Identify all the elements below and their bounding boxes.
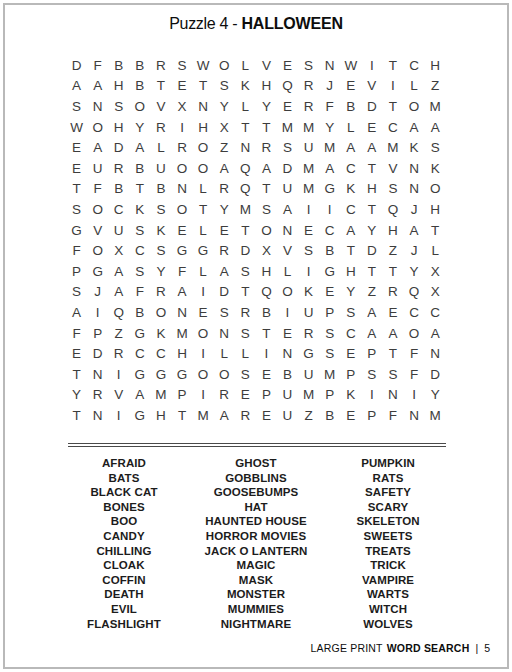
grid-cell-r8c7[interactable]: T xyxy=(193,199,214,220)
grid-cell-r15c15[interactable]: P xyxy=(361,343,382,364)
grid-cell-r3c15[interactable]: D xyxy=(361,96,382,117)
grid-cell-r9c4[interactable]: S xyxy=(129,220,150,241)
grid-cell-r5c13[interactable]: M xyxy=(319,137,340,158)
grid-cell-r15c14[interactable]: E xyxy=(340,343,361,364)
grid-cell-r1c1[interactable]: D xyxy=(66,55,87,76)
grid-cell-r15c8[interactable]: L xyxy=(214,343,235,364)
grid-cell-r4c8[interactable]: X xyxy=(214,117,235,138)
grid-cell-r5c16[interactable]: M xyxy=(382,137,403,158)
grid-cell-r6c7[interactable]: O xyxy=(193,158,214,179)
grid-cell-r2c8[interactable]: S xyxy=(214,76,235,97)
grid-cell-r12c13[interactable]: E xyxy=(319,282,340,303)
grid-cell-r6c12[interactable]: M xyxy=(298,158,319,179)
grid-cell-r9c7[interactable]: L xyxy=(193,220,214,241)
grid-cell-r9c18[interactable]: T xyxy=(425,220,446,241)
grid-cell-r2c16[interactable]: I xyxy=(382,76,403,97)
grid-cell-r16c8[interactable]: O xyxy=(214,364,235,385)
grid-cell-r5c12[interactable]: U xyxy=(298,137,319,158)
grid-cell-r16c2[interactable]: N xyxy=(87,364,108,385)
grid-cell-r12c12[interactable]: K xyxy=(298,282,319,303)
grid-cell-r3c7[interactable]: N xyxy=(193,96,214,117)
grid-cell-r6c8[interactable]: A xyxy=(214,158,235,179)
grid-cell-r7c9[interactable]: Q xyxy=(235,179,256,200)
grid-cell-r13c13[interactable]: P xyxy=(319,302,340,323)
grid-cell-r16c10[interactable]: E xyxy=(256,364,277,385)
grid-cell-r11c7[interactable]: L xyxy=(193,261,214,282)
grid-cell-r17c16[interactable]: N xyxy=(382,385,403,406)
grid-cell-r18c3[interactable]: I xyxy=(108,405,129,426)
grid-cell-r9c6[interactable]: E xyxy=(171,220,192,241)
grid-cell-r7c13[interactable]: G xyxy=(319,179,340,200)
grid-cell-r11c11[interactable]: L xyxy=(277,261,298,282)
grid-cell-r2c14[interactable]: E xyxy=(340,76,361,97)
grid-cell-r5c1[interactable]: E xyxy=(66,137,87,158)
grid-cell-r17c15[interactable]: I xyxy=(361,385,382,406)
grid-cell-r8c12[interactable]: I xyxy=(298,199,319,220)
grid-cell-r1c15[interactable]: I xyxy=(361,55,382,76)
grid-cell-r11c16[interactable]: T xyxy=(382,261,403,282)
grid-cell-r10c17[interactable]: J xyxy=(404,240,425,261)
grid-cell-r8c5[interactable]: S xyxy=(150,199,171,220)
grid-cell-r1c2[interactable]: F xyxy=(87,55,108,76)
grid-cell-r18c17[interactable]: N xyxy=(404,405,425,426)
grid-cell-r13c5[interactable]: O xyxy=(150,302,171,323)
grid-cell-r16c15[interactable]: S xyxy=(361,364,382,385)
grid-cell-r17c18[interactable]: Y xyxy=(425,385,446,406)
grid-cell-r4c17[interactable]: A xyxy=(404,117,425,138)
grid-cell-r13c2[interactable]: I xyxy=(87,302,108,323)
grid-cell-r9c11[interactable]: N xyxy=(277,220,298,241)
grid-cell-r6c11[interactable]: D xyxy=(277,158,298,179)
grid-cell-r13c18[interactable]: C xyxy=(425,302,446,323)
grid-cell-r6c15[interactable]: T xyxy=(361,158,382,179)
grid-cell-r18c8[interactable]: A xyxy=(214,405,235,426)
grid-cell-r4c10[interactable]: T xyxy=(256,117,277,138)
grid-cell-r5c10[interactable]: R xyxy=(256,137,277,158)
grid-cell-r12c7[interactable]: I xyxy=(193,282,214,303)
grid-cell-r17c9[interactable]: E xyxy=(235,385,256,406)
grid-cell-r2c6[interactable]: E xyxy=(171,76,192,97)
grid-cell-r17c11[interactable]: U xyxy=(277,385,298,406)
grid-cell-r10c5[interactable]: S xyxy=(150,240,171,261)
grid-cell-r14c3[interactable]: Z xyxy=(108,323,129,344)
grid-cell-r6c4[interactable]: B xyxy=(129,158,150,179)
grid-cell-r5c3[interactable]: D xyxy=(108,137,129,158)
grid-cell-r8c2[interactable]: O xyxy=(87,199,108,220)
grid-cell-r15c1[interactable]: E xyxy=(66,343,87,364)
grid-cell-r3c16[interactable]: T xyxy=(382,96,403,117)
grid-cell-r7c10[interactable]: T xyxy=(256,179,277,200)
grid-cell-r11c15[interactable]: T xyxy=(361,261,382,282)
grid-cell-r18c15[interactable]: P xyxy=(361,405,382,426)
grid-cell-r5c5[interactable]: L xyxy=(150,137,171,158)
grid-cell-r12c18[interactable]: X xyxy=(425,282,446,303)
grid-cell-r2c9[interactable]: K xyxy=(235,76,256,97)
grid-cell-r18c1[interactable]: T xyxy=(66,405,87,426)
grid-cell-r18c2[interactable]: N xyxy=(87,405,108,426)
grid-cell-r16c11[interactable]: B xyxy=(277,364,298,385)
grid-cell-r15c2[interactable]: D xyxy=(87,343,108,364)
grid-cell-r8c15[interactable]: T xyxy=(361,199,382,220)
grid-cell-r17c5[interactable]: M xyxy=(150,385,171,406)
grid-cell-r17c3[interactable]: V xyxy=(108,385,129,406)
grid-cell-r7c15[interactable]: H xyxy=(361,179,382,200)
grid-cell-r1c18[interactable]: H xyxy=(425,55,446,76)
grid-cell-r13c10[interactable]: B xyxy=(256,302,277,323)
grid-cell-r8c10[interactable]: S xyxy=(256,199,277,220)
grid-cell-r14c17[interactable]: O xyxy=(404,323,425,344)
grid-cell-r5c6[interactable]: R xyxy=(171,137,192,158)
grid-cell-r2c5[interactable]: T xyxy=(150,76,171,97)
grid-cell-r12c5[interactable]: R xyxy=(150,282,171,303)
grid-cell-r3c18[interactable]: M xyxy=(425,96,446,117)
grid-cell-r6c2[interactable]: U xyxy=(87,158,108,179)
grid-cell-r4c4[interactable]: Y xyxy=(129,117,150,138)
grid-cell-r5c18[interactable]: S xyxy=(425,137,446,158)
grid-cell-r9c10[interactable]: O xyxy=(256,220,277,241)
grid-cell-r11c3[interactable]: A xyxy=(108,261,129,282)
grid-cell-r2c15[interactable]: V xyxy=(361,76,382,97)
grid-cell-r18c12[interactable]: Z xyxy=(298,405,319,426)
grid-cell-r7c4[interactable]: T xyxy=(129,179,150,200)
grid-cell-r7c18[interactable]: O xyxy=(425,179,446,200)
grid-cell-r14c13[interactable]: S xyxy=(319,323,340,344)
grid-cell-r10c4[interactable]: C xyxy=(129,240,150,261)
grid-cell-r10c13[interactable]: B xyxy=(319,240,340,261)
grid-cell-r2c12[interactable]: R xyxy=(298,76,319,97)
grid-cell-r16c18[interactable]: D xyxy=(425,364,446,385)
grid-cell-r7c1[interactable]: T xyxy=(66,179,87,200)
grid-cell-r18c9[interactable]: R xyxy=(235,405,256,426)
grid-cell-r9c13[interactable]: C xyxy=(319,220,340,241)
grid-cell-r16c14[interactable]: P xyxy=(340,364,361,385)
grid-cell-r14c16[interactable]: A xyxy=(382,323,403,344)
grid-cell-r13c6[interactable]: N xyxy=(171,302,192,323)
grid-cell-r9c16[interactable]: H xyxy=(382,220,403,241)
grid-cell-r3c14[interactable]: B xyxy=(340,96,361,117)
grid-cell-r1c12[interactable]: S xyxy=(298,55,319,76)
grid-cell-r11c1[interactable]: P xyxy=(66,261,87,282)
grid-cell-r7c8[interactable]: R xyxy=(214,179,235,200)
grid-cell-r3c17[interactable]: O xyxy=(404,96,425,117)
grid-cell-r9c9[interactable]: T xyxy=(235,220,256,241)
grid-cell-r1c17[interactable]: C xyxy=(404,55,425,76)
grid-cell-r17c14[interactable]: K xyxy=(340,385,361,406)
grid-cell-r8c8[interactable]: Y xyxy=(214,199,235,220)
grid-cell-r14c7[interactable]: O xyxy=(193,323,214,344)
grid-cell-r18c13[interactable]: B xyxy=(319,405,340,426)
grid-cell-r5c17[interactable]: K xyxy=(404,137,425,158)
grid-cell-r1c4[interactable]: B xyxy=(129,55,150,76)
grid-cell-r8c9[interactable]: M xyxy=(235,199,256,220)
grid-cell-r9c2[interactable]: V xyxy=(87,220,108,241)
grid-cell-r2c7[interactable]: T xyxy=(193,76,214,97)
grid-cell-r14c18[interactable]: A xyxy=(425,323,446,344)
grid-cell-r6c1[interactable]: E xyxy=(66,158,87,179)
grid-cell-r6c17[interactable]: N xyxy=(404,158,425,179)
grid-cell-r16c6[interactable]: G xyxy=(171,364,192,385)
grid-cell-r4c16[interactable]: C xyxy=(382,117,403,138)
grid-cell-r9c8[interactable]: E xyxy=(214,220,235,241)
grid-cell-r16c17[interactable]: F xyxy=(404,364,425,385)
grid-cell-r2c1[interactable]: A xyxy=(66,76,87,97)
grid-cell-r16c1[interactable]: T xyxy=(66,364,87,385)
grid-cell-r6c18[interactable]: K xyxy=(425,158,446,179)
grid-cell-r14c14[interactable]: C xyxy=(340,323,361,344)
grid-cell-r1c9[interactable]: L xyxy=(235,55,256,76)
grid-cell-r3c13[interactable]: F xyxy=(319,96,340,117)
grid-cell-r17c13[interactable]: P xyxy=(319,385,340,406)
grid-cell-r3c12[interactable]: R xyxy=(298,96,319,117)
grid-cell-r8c18[interactable]: H xyxy=(425,199,446,220)
grid-cell-r10c3[interactable]: X xyxy=(108,240,129,261)
grid-cell-r14c5[interactable]: K xyxy=(150,323,171,344)
grid-cell-r12c10[interactable]: Q xyxy=(256,282,277,303)
grid-cell-r12c9[interactable]: T xyxy=(235,282,256,303)
grid-cell-r14c2[interactable]: P xyxy=(87,323,108,344)
grid-cell-r14c4[interactable]: G xyxy=(129,323,150,344)
grid-cell-r4c5[interactable]: R xyxy=(150,117,171,138)
grid-cell-r14c8[interactable]: N xyxy=(214,323,235,344)
grid-cell-r18c6[interactable]: T xyxy=(171,405,192,426)
grid-cell-r16c7[interactable]: O xyxy=(193,364,214,385)
grid-cell-r9c14[interactable]: A xyxy=(340,220,361,241)
grid-cell-r5c8[interactable]: Z xyxy=(214,137,235,158)
grid-cell-r9c17[interactable]: A xyxy=(404,220,425,241)
grid-cell-r4c1[interactable]: W xyxy=(66,117,87,138)
grid-cell-r9c15[interactable]: Y xyxy=(361,220,382,241)
grid-cell-r4c2[interactable]: O xyxy=(87,117,108,138)
grid-cell-r11c9[interactable]: S xyxy=(235,261,256,282)
grid-cell-r3c4[interactable]: O xyxy=(129,96,150,117)
grid-cell-r4c18[interactable]: A xyxy=(425,117,446,138)
grid-cell-r7c11[interactable]: U xyxy=(277,179,298,200)
grid-cell-r2c2[interactable]: A xyxy=(87,76,108,97)
grid-cell-r11c4[interactable]: S xyxy=(129,261,150,282)
grid-cell-r13c7[interactable]: E xyxy=(193,302,214,323)
grid-cell-r1c10[interactable]: V xyxy=(256,55,277,76)
grid-cell-r12c4[interactable]: F xyxy=(129,282,150,303)
grid-cell-r12c17[interactable]: Q xyxy=(404,282,425,303)
grid-cell-r15c7[interactable]: I xyxy=(193,343,214,364)
grid-cell-r1c11[interactable]: E xyxy=(277,55,298,76)
grid-cell-r13c14[interactable]: S xyxy=(340,302,361,323)
grid-cell-r10c9[interactable]: D xyxy=(235,240,256,261)
grid-cell-r16c5[interactable]: G xyxy=(150,364,171,385)
grid-cell-r15c4[interactable]: C xyxy=(129,343,150,364)
grid-cell-r5c2[interactable]: A xyxy=(87,137,108,158)
grid-cell-r10c10[interactable]: X xyxy=(256,240,277,261)
grid-cell-r12c14[interactable]: Y xyxy=(340,282,361,303)
grid-cell-r13c1[interactable]: A xyxy=(66,302,87,323)
grid-cell-r17c4[interactable]: A xyxy=(129,385,150,406)
grid-cell-r8c1[interactable]: S xyxy=(66,199,87,220)
grid-cell-r11c2[interactable]: G xyxy=(87,261,108,282)
grid-cell-r2c18[interactable]: Z xyxy=(425,76,446,97)
grid-cell-r12c16[interactable]: R xyxy=(382,282,403,303)
grid-cell-r2c17[interactable]: L xyxy=(404,76,425,97)
grid-cell-r15c11[interactable]: N xyxy=(277,343,298,364)
grid-cell-r16c12[interactable]: U xyxy=(298,364,319,385)
grid-cell-r5c11[interactable]: S xyxy=(277,137,298,158)
grid-cell-r8c6[interactable]: O xyxy=(171,199,192,220)
grid-cell-r16c13[interactable]: M xyxy=(319,364,340,385)
grid-cell-r6c14[interactable]: C xyxy=(340,158,361,179)
grid-cell-r6c13[interactable]: A xyxy=(319,158,340,179)
grid-cell-r3c5[interactable]: V xyxy=(150,96,171,117)
grid-cell-r14c10[interactable]: T xyxy=(256,323,277,344)
grid-cell-r6c16[interactable]: V xyxy=(382,158,403,179)
grid-cell-r3c2[interactable]: N xyxy=(87,96,108,117)
grid-cell-r18c7[interactable]: M xyxy=(193,405,214,426)
grid-cell-r9c12[interactable]: E xyxy=(298,220,319,241)
grid-cell-r13c9[interactable]: R xyxy=(235,302,256,323)
grid-cell-r5c7[interactable]: O xyxy=(193,137,214,158)
grid-cell-r7c14[interactable]: K xyxy=(340,179,361,200)
grid-cell-r12c6[interactable]: A xyxy=(171,282,192,303)
grid-cell-r18c4[interactable]: G xyxy=(129,405,150,426)
grid-cell-r14c11[interactable]: E xyxy=(277,323,298,344)
grid-cell-r7c16[interactable]: S xyxy=(382,179,403,200)
grid-cell-r14c9[interactable]: S xyxy=(235,323,256,344)
grid-cell-r11c13[interactable]: G xyxy=(319,261,340,282)
grid-cell-r10c16[interactable]: Z xyxy=(382,240,403,261)
grid-cell-r7c3[interactable]: B xyxy=(108,179,129,200)
grid-cell-r1c13[interactable]: N xyxy=(319,55,340,76)
grid-cell-r15c16[interactable]: T xyxy=(382,343,403,364)
grid-cell-r11c18[interactable]: X xyxy=(425,261,446,282)
grid-cell-r6c6[interactable]: O xyxy=(171,158,192,179)
grid-cell-r7c6[interactable]: N xyxy=(171,179,192,200)
grid-cell-r12c15[interactable]: Z xyxy=(361,282,382,303)
grid-cell-r5c15[interactable]: A xyxy=(361,137,382,158)
grid-cell-r3c11[interactable]: E xyxy=(277,96,298,117)
grid-cell-r11c8[interactable]: A xyxy=(214,261,235,282)
grid-cell-r13c3[interactable]: Q xyxy=(108,302,129,323)
grid-cell-r1c16[interactable]: T xyxy=(382,55,403,76)
grid-cell-r1c3[interactable]: B xyxy=(108,55,129,76)
grid-cell-r10c2[interactable]: O xyxy=(87,240,108,261)
grid-cell-r17c6[interactable]: P xyxy=(171,385,192,406)
grid-cell-r7c2[interactable]: F xyxy=(87,179,108,200)
grid-cell-r10c12[interactable]: S xyxy=(298,240,319,261)
grid-cell-r18c11[interactable]: U xyxy=(277,405,298,426)
grid-cell-r4c9[interactable]: T xyxy=(235,117,256,138)
grid-cell-r10c6[interactable]: G xyxy=(171,240,192,261)
grid-cell-r1c6[interactable]: S xyxy=(171,55,192,76)
grid-cell-r4c11[interactable]: M xyxy=(277,117,298,138)
grid-cell-r3c9[interactable]: L xyxy=(235,96,256,117)
grid-cell-r2c11[interactable]: Q xyxy=(277,76,298,97)
grid-cell-r14c12[interactable]: R xyxy=(298,323,319,344)
grid-cell-r9c5[interactable]: K xyxy=(150,220,171,241)
grid-cell-r7c5[interactable]: B xyxy=(150,179,171,200)
grid-cell-r13c12[interactable]: U xyxy=(298,302,319,323)
grid-cell-r13c11[interactable]: I xyxy=(277,302,298,323)
grid-cell-r16c16[interactable]: S xyxy=(382,364,403,385)
grid-cell-r4c13[interactable]: Y xyxy=(319,117,340,138)
grid-cell-r4c7[interactable]: H xyxy=(193,117,214,138)
grid-cell-r13c4[interactable]: B xyxy=(129,302,150,323)
grid-cell-r15c6[interactable]: H xyxy=(171,343,192,364)
grid-cell-r12c3[interactable]: A xyxy=(108,282,129,303)
grid-cell-r13c16[interactable]: E xyxy=(382,302,403,323)
grid-cell-r13c8[interactable]: S xyxy=(214,302,235,323)
grid-cell-r10c14[interactable]: T xyxy=(340,240,361,261)
grid-cell-r8c3[interactable]: C xyxy=(108,199,129,220)
grid-cell-r4c15[interactable]: E xyxy=(361,117,382,138)
grid-cell-r10c7[interactable]: G xyxy=(193,240,214,261)
grid-cell-r10c8[interactable]: R xyxy=(214,240,235,261)
grid-cell-r18c10[interactable]: E xyxy=(256,405,277,426)
grid-cell-r16c4[interactable]: G xyxy=(129,364,150,385)
grid-cell-r3c3[interactable]: S xyxy=(108,96,129,117)
grid-cell-r3c8[interactable]: Y xyxy=(214,96,235,117)
grid-cell-r3c10[interactable]: Y xyxy=(256,96,277,117)
grid-cell-r1c14[interactable]: W xyxy=(340,55,361,76)
grid-cell-r9c1[interactable]: G xyxy=(66,220,87,241)
grid-cell-r7c12[interactable]: M xyxy=(298,179,319,200)
grid-cell-r14c6[interactable]: M xyxy=(171,323,192,344)
grid-cell-r4c12[interactable]: M xyxy=(298,117,319,138)
grid-cell-r14c15[interactable]: A xyxy=(361,323,382,344)
grid-cell-r4c14[interactable]: L xyxy=(340,117,361,138)
grid-cell-r8c17[interactable]: J xyxy=(404,199,425,220)
grid-cell-r15c17[interactable]: F xyxy=(404,343,425,364)
grid-cell-r16c3[interactable]: I xyxy=(108,364,129,385)
grid-cell-r12c8[interactable]: D xyxy=(214,282,235,303)
grid-cell-r5c9[interactable]: N xyxy=(235,137,256,158)
grid-cell-r2c10[interactable]: H xyxy=(256,76,277,97)
grid-cell-r18c16[interactable]: F xyxy=(382,405,403,426)
grid-cell-r1c5[interactable]: R xyxy=(150,55,171,76)
grid-cell-r4c6[interactable]: I xyxy=(171,117,192,138)
grid-cell-r4c3[interactable]: H xyxy=(108,117,129,138)
grid-cell-r8c4[interactable]: K xyxy=(129,199,150,220)
grid-cell-r17c8[interactable]: R xyxy=(214,385,235,406)
grid-cell-r11c10[interactable]: H xyxy=(256,261,277,282)
grid-cell-r7c7[interactable]: L xyxy=(193,179,214,200)
grid-cell-r11c17[interactable]: Y xyxy=(404,261,425,282)
grid-cell-r8c14[interactable]: C xyxy=(340,199,361,220)
grid-cell-r13c17[interactable]: C xyxy=(404,302,425,323)
grid-cell-r15c10[interactable]: I xyxy=(256,343,277,364)
grid-cell-r8c11[interactable]: A xyxy=(277,199,298,220)
grid-cell-r10c15[interactable]: D xyxy=(361,240,382,261)
grid-cell-r12c2[interactable]: J xyxy=(87,282,108,303)
grid-cell-r13c15[interactable]: A xyxy=(361,302,382,323)
grid-cell-r10c1[interactable]: F xyxy=(66,240,87,261)
grid-cell-r7c17[interactable]: N xyxy=(404,179,425,200)
grid-cell-r11c14[interactable]: H xyxy=(340,261,361,282)
grid-cell-r8c13[interactable]: I xyxy=(319,199,340,220)
grid-cell-r15c13[interactable]: S xyxy=(319,343,340,364)
grid-cell-r17c17[interactable]: I xyxy=(404,385,425,406)
grid-cell-r6c9[interactable]: Q xyxy=(235,158,256,179)
grid-cell-r6c10[interactable]: A xyxy=(256,158,277,179)
grid-cell-r15c5[interactable]: C xyxy=(150,343,171,364)
grid-cell-r3c6[interactable]: X xyxy=(171,96,192,117)
grid-cell-r17c2[interactable]: R xyxy=(87,385,108,406)
grid-cell-r2c4[interactable]: B xyxy=(129,76,150,97)
grid-cell-r18c5[interactable]: H xyxy=(150,405,171,426)
grid-cell-r12c1[interactable]: S xyxy=(66,282,87,303)
grid-cell-r1c8[interactable]: O xyxy=(214,55,235,76)
grid-cell-r9c3[interactable]: U xyxy=(108,220,129,241)
grid-cell-r18c18[interactable]: M xyxy=(425,405,446,426)
grid-cell-r5c14[interactable]: A xyxy=(340,137,361,158)
grid-cell-r15c12[interactable]: G xyxy=(298,343,319,364)
